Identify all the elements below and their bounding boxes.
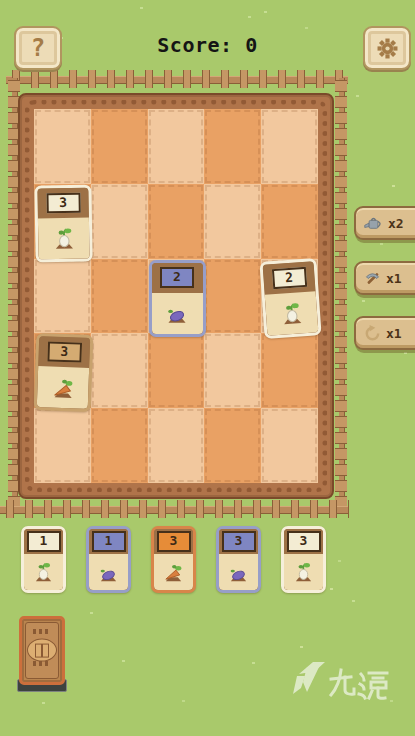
deck-card-back [19, 616, 65, 685]
watering-can-button[interactable]: x2 [354, 206, 415, 240]
gear-icon [377, 38, 398, 59]
board-cell[interactable] [91, 184, 148, 259]
board-cell[interactable] [204, 109, 261, 184]
eggplant-card[interactable]: 3 [216, 526, 261, 593]
board-cell[interactable] [91, 333, 148, 408]
eggplant-card[interactable]: 2 [149, 260, 206, 337]
fence-bottom [0, 500, 349, 518]
watering-can-icon [363, 215, 384, 232]
fence-right [335, 78, 347, 508]
refresh-button[interactable]: x1 [354, 316, 415, 350]
turnip-card[interactable]: 2 [259, 258, 321, 339]
turnip-card[interactable]: 3 [281, 526, 326, 593]
carrot-icon [160, 561, 187, 584]
pickaxe-count: x1 [386, 271, 402, 286]
board-cell[interactable] [204, 333, 261, 408]
eggplant-icon [162, 300, 192, 326]
turnip-card[interactable]: 3 [34, 184, 92, 262]
turnip-icon [30, 561, 57, 584]
eggplant-icon [95, 561, 122, 584]
board-cell[interactable] [148, 109, 205, 184]
card-value: 3 [46, 192, 80, 213]
watering-can-count: x2 [388, 216, 404, 231]
board-cell[interactable] [204, 408, 261, 483]
turnip-card[interactable]: 1 [21, 526, 66, 593]
board-cell[interactable] [204, 184, 261, 259]
card-value: 2 [271, 266, 306, 289]
board-cell[interactable] [204, 259, 261, 334]
score-value: 0 [245, 33, 258, 57]
board-cell[interactable] [148, 184, 205, 259]
card-value: 3 [287, 531, 321, 551]
deck[interactable] [19, 616, 65, 692]
card-value: 3 [157, 531, 191, 551]
board-cell[interactable] [34, 259, 91, 334]
jiuyou-logo-icon [291, 662, 325, 706]
jiuyou-text [329, 668, 389, 700]
card-value: 3 [47, 342, 82, 363]
jiuyou-watermark [291, 658, 391, 710]
card-value: 2 [160, 267, 194, 287]
board-cell[interactable] [261, 109, 318, 184]
board-cell[interactable] [91, 259, 148, 334]
turnip-icon [276, 299, 308, 327]
carrot-icon [47, 374, 78, 401]
score-label: Score: [157, 33, 232, 57]
fence-top [6, 70, 348, 88]
board-cell[interactable] [261, 333, 318, 408]
pickaxe-button[interactable]: x1 [354, 261, 415, 295]
turnip-icon [290, 561, 317, 584]
board-cell[interactable] [261, 184, 318, 259]
board-cell[interactable] [261, 408, 318, 483]
pickaxe-icon [363, 269, 382, 288]
eggplant-card[interactable]: 1 [86, 526, 131, 593]
card-value: 1 [27, 531, 61, 551]
board-cell[interactable] [148, 333, 205, 408]
board-cell[interactable] [34, 109, 91, 184]
board-cell[interactable] [148, 408, 205, 483]
carrot-card[interactable]: 3 [34, 333, 94, 412]
grass-speckles [0, 0, 3, 2]
eggplant-icon [225, 561, 252, 584]
refresh-icon [363, 324, 382, 343]
refresh-count: x1 [386, 326, 402, 341]
carrot-card[interactable]: 3 [151, 526, 196, 593]
card-value: 3 [222, 531, 256, 551]
board-cell[interactable] [34, 408, 91, 483]
deck-emblem [27, 638, 57, 661]
board-cell[interactable] [91, 408, 148, 483]
settings-button[interactable] [363, 26, 411, 70]
game-screen: ? Score: 0 3223 [0, 0, 415, 736]
card-value: 1 [92, 531, 126, 551]
score-display: Score: 0 [0, 33, 415, 57]
turnip-icon [48, 225, 78, 252]
board-cell[interactable] [91, 109, 148, 184]
